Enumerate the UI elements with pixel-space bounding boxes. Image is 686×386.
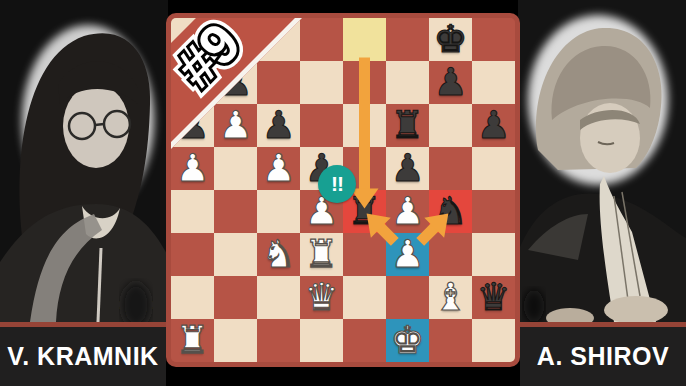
square-a4[interactable] [171, 190, 214, 233]
square-a5[interactable]: ♟ [171, 147, 214, 190]
square-f4[interactable]: ♟ [386, 190, 429, 233]
square-f5[interactable]: ♟ [386, 147, 429, 190]
square-f1[interactable]: ♚ [386, 319, 429, 362]
square-f3[interactable]: ♟ [386, 233, 429, 276]
square-b5[interactable] [214, 147, 257, 190]
right-name-bar: A. SHIROV [520, 322, 686, 386]
square-h5[interactable] [472, 147, 515, 190]
square-h8[interactable] [472, 18, 515, 61]
piece-white-pawn[interactable]: ♟ [390, 190, 424, 233]
square-f2[interactable] [386, 276, 429, 319]
brilliant-move-badge: !! [318, 165, 356, 203]
kramnik-silhouette [0, 0, 168, 322]
piece-black-pawn[interactable]: ♟ [261, 104, 295, 147]
piece-black-pawn[interactable]: ♟ [433, 61, 467, 104]
square-g4[interactable]: ♞ [429, 190, 472, 233]
square-e2[interactable] [343, 276, 386, 319]
square-h2[interactable]: ♛ [472, 276, 515, 319]
square-f8[interactable] [386, 18, 429, 61]
piece-black-pawn[interactable]: ♟ [476, 104, 510, 147]
square-c7[interactable] [257, 61, 300, 104]
square-a3[interactable] [171, 233, 214, 276]
square-d8[interactable] [300, 18, 343, 61]
square-h1[interactable] [472, 319, 515, 362]
square-g2[interactable]: ♝ [429, 276, 472, 319]
square-h6[interactable]: ♟ [472, 104, 515, 147]
piece-white-pawn[interactable]: ♟ [175, 147, 209, 190]
square-g8[interactable]: ♚ [429, 18, 472, 61]
kramnik-photo [0, 0, 168, 322]
square-d1[interactable] [300, 319, 343, 362]
piece-white-queen[interactable]: ♛ [304, 276, 338, 319]
square-e7[interactable] [343, 61, 386, 104]
piece-black-rook[interactable]: ♜ [390, 104, 424, 147]
brilliant-move-symbol: !! [331, 172, 343, 196]
piece-white-king[interactable]: ♚ [390, 319, 424, 362]
square-h3[interactable] [472, 233, 515, 276]
piece-white-knight[interactable]: ♞ [261, 233, 295, 276]
square-c1[interactable] [257, 319, 300, 362]
piece-white-rook[interactable]: ♜ [175, 319, 209, 362]
square-c2[interactable] [257, 276, 300, 319]
piece-black-pawn[interactable]: ♟ [390, 147, 424, 190]
piece-white-pawn[interactable]: ♟ [261, 147, 295, 190]
square-h7[interactable] [472, 61, 515, 104]
shirov-photo [518, 0, 686, 322]
square-c3[interactable]: ♞ [257, 233, 300, 276]
square-d3[interactable]: ♜ [300, 233, 343, 276]
left-player-name: V. KRAMNIK [7, 342, 158, 371]
square-e6[interactable] [343, 104, 386, 147]
square-b4[interactable] [214, 190, 257, 233]
right-player-name: A. SHIROV [537, 342, 669, 371]
square-g3[interactable] [429, 233, 472, 276]
square-a2[interactable] [171, 276, 214, 319]
left-name-bar: V. KRAMNIK [0, 322, 166, 386]
shirov-silhouette [518, 0, 686, 322]
piece-black-king[interactable]: ♚ [433, 18, 467, 61]
square-c6[interactable]: ♟ [257, 104, 300, 147]
piece-black-rook[interactable]: ♜ [347, 190, 381, 233]
square-e8[interactable] [343, 18, 386, 61]
square-e1[interactable] [343, 319, 386, 362]
video-thumbnail: V. KRAMNIK A. SHIROV ♚♟♟♟♟♟♜♟♟♟♟♟♟♜♟♞♞♜♟… [0, 0, 686, 386]
square-c5[interactable]: ♟ [257, 147, 300, 190]
square-b1[interactable] [214, 319, 257, 362]
square-g5[interactable] [429, 147, 472, 190]
square-c4[interactable] [257, 190, 300, 233]
square-g7[interactable]: ♟ [429, 61, 472, 104]
square-g1[interactable] [429, 319, 472, 362]
piece-black-queen[interactable]: ♛ [476, 276, 510, 319]
square-d7[interactable] [300, 61, 343, 104]
square-g6[interactable] [429, 104, 472, 147]
square-a1[interactable]: ♜ [171, 319, 214, 362]
square-f7[interactable] [386, 61, 429, 104]
square-d6[interactable] [300, 104, 343, 147]
piece-white-pawn[interactable]: ♟ [218, 104, 252, 147]
square-e3[interactable] [343, 233, 386, 276]
chess-board: ♚♟♟♟♟♟♜♟♟♟♟♟♟♜♟♞♞♜♟♛♝♛♜♚ #9 #9 !! [166, 13, 520, 367]
piece-white-rook[interactable]: ♜ [304, 233, 338, 276]
piece-white-bishop[interactable]: ♝ [433, 276, 467, 319]
piece-white-pawn[interactable]: ♟ [390, 233, 424, 276]
square-d2[interactable]: ♛ [300, 276, 343, 319]
square-b2[interactable] [214, 276, 257, 319]
square-b6[interactable]: ♟ [214, 104, 257, 147]
square-h4[interactable] [472, 190, 515, 233]
piece-black-knight[interactable]: ♞ [433, 190, 467, 233]
square-b3[interactable] [214, 233, 257, 276]
square-f6[interactable]: ♜ [386, 104, 429, 147]
